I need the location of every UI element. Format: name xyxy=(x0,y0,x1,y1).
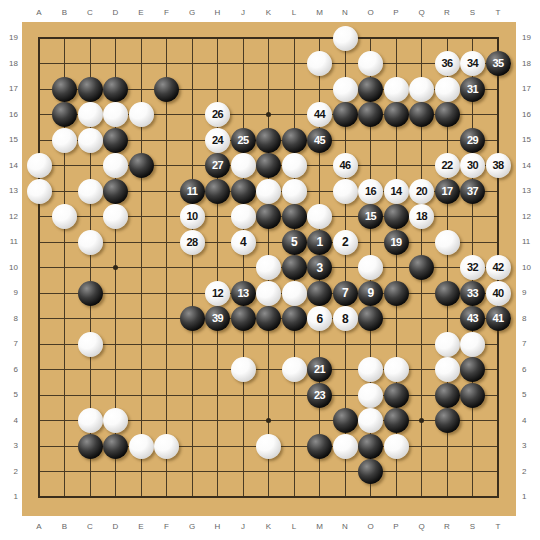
stone-r17-white xyxy=(435,77,460,102)
coord-label-left: 9 xyxy=(2,288,18,298)
coord-label-bottom: S xyxy=(463,522,483,532)
coord-label-right: 10 xyxy=(522,263,538,273)
stone-e16-white xyxy=(129,102,154,127)
stone-t8-black: 41 xyxy=(486,306,511,331)
stone-q12-white: 18 xyxy=(409,204,434,229)
stone-k10-white xyxy=(256,255,281,280)
stone-o6-white xyxy=(358,357,383,382)
stone-n14-white: 46 xyxy=(333,153,358,178)
move-number: 40 xyxy=(492,288,503,299)
stone-r18-white: 36 xyxy=(435,51,460,76)
coord-label-left: 1 xyxy=(2,492,18,502)
stone-n17-white xyxy=(333,77,358,102)
move-number: 27 xyxy=(212,160,223,171)
stone-h13-black xyxy=(205,179,230,204)
move-number: 16 xyxy=(365,186,376,197)
stone-d3-black xyxy=(103,434,128,459)
coord-label-top: A xyxy=(29,8,49,18)
coord-label-left: 2 xyxy=(2,467,18,477)
move-number: 29 xyxy=(467,135,478,146)
stone-m3-black xyxy=(307,434,332,459)
coord-label-bottom: M xyxy=(310,522,330,532)
coord-label-right: 14 xyxy=(522,161,538,171)
coord-label-right: 17 xyxy=(522,84,538,94)
stone-d14-white xyxy=(103,153,128,178)
stone-j11-white: 4 xyxy=(231,230,256,255)
stone-s13-black: 37 xyxy=(460,179,485,204)
stone-p6-white xyxy=(384,357,409,382)
stone-p13-white: 14 xyxy=(384,179,409,204)
coord-label-bottom: L xyxy=(284,522,304,532)
go-board-diagram: 3634353126442425452927462230381116142017… xyxy=(0,0,540,540)
move-number: 35 xyxy=(492,58,503,69)
stone-g11-white: 28 xyxy=(180,230,205,255)
move-number: 25 xyxy=(237,135,248,146)
stone-e3-white xyxy=(129,434,154,459)
stone-s14-white: 30 xyxy=(460,153,485,178)
stone-m8-white: 6 xyxy=(307,306,332,331)
stone-s8-black: 43 xyxy=(460,306,485,331)
stone-r6-white xyxy=(435,357,460,382)
coord-label-bottom: J xyxy=(233,522,253,532)
stone-l9-white xyxy=(282,281,307,306)
stone-h8-black: 39 xyxy=(205,306,230,331)
stone-j13-black xyxy=(231,179,256,204)
stone-b12-white xyxy=(52,204,77,229)
stone-l12-black xyxy=(282,204,307,229)
stone-d13-black xyxy=(103,179,128,204)
coord-label-bottom: A xyxy=(29,522,49,532)
coord-label-bottom: Q xyxy=(412,522,432,532)
stone-l8-black xyxy=(282,306,307,331)
stone-c17-black xyxy=(78,77,103,102)
stone-m18-white xyxy=(307,51,332,76)
coord-label-bottom: O xyxy=(361,522,381,532)
coord-label-top: T xyxy=(488,8,508,18)
coord-label-left: 13 xyxy=(2,186,18,196)
stone-m6-black: 21 xyxy=(307,357,332,382)
coord-label-right: 2 xyxy=(522,467,538,477)
coord-label-bottom: H xyxy=(208,522,228,532)
coord-label-top: B xyxy=(55,8,75,18)
coord-label-top: E xyxy=(131,8,151,18)
coord-label-right: 9 xyxy=(522,288,538,298)
move-number: 33 xyxy=(467,288,478,299)
stone-m11-black: 1 xyxy=(307,230,332,255)
move-number: 46 xyxy=(339,160,350,171)
stone-j14-white xyxy=(231,153,256,178)
move-number: 10 xyxy=(186,211,197,222)
stone-g13-black: 11 xyxy=(180,179,205,204)
stone-n9-black: 7 xyxy=(333,281,358,306)
coord-label-right: 11 xyxy=(522,237,538,247)
stone-o16-black xyxy=(358,102,383,127)
stone-l6-white xyxy=(282,357,307,382)
coord-label-left: 7 xyxy=(2,339,18,349)
move-number: 12 xyxy=(212,288,223,299)
coord-label-right: 8 xyxy=(522,314,538,324)
move-number: 22 xyxy=(441,160,452,171)
move-number: 37 xyxy=(467,186,478,197)
coord-label-right: 6 xyxy=(522,365,538,375)
stone-j9-black: 13 xyxy=(231,281,256,306)
stone-b17-black xyxy=(52,77,77,102)
stone-b15-white xyxy=(52,128,77,153)
coord-label-bottom: G xyxy=(182,522,202,532)
stone-k15-black xyxy=(256,128,281,153)
stone-d15-black xyxy=(103,128,128,153)
stone-o8-black xyxy=(358,306,383,331)
stone-t14-white: 38 xyxy=(486,153,511,178)
coord-label-top: S xyxy=(463,8,483,18)
stone-r11-white xyxy=(435,230,460,255)
stone-r14-white: 22 xyxy=(435,153,460,178)
coord-label-left: 5 xyxy=(2,390,18,400)
stone-t18-black: 35 xyxy=(486,51,511,76)
stone-m10-black: 3 xyxy=(307,255,332,280)
stone-s15-black: 29 xyxy=(460,128,485,153)
coord-label-bottom: E xyxy=(131,522,151,532)
coord-label-right: 15 xyxy=(522,135,538,145)
coord-label-left: 4 xyxy=(2,416,18,426)
coord-label-left: 15 xyxy=(2,135,18,145)
stone-r16-black xyxy=(435,102,460,127)
coord-label-bottom: T xyxy=(488,522,508,532)
stone-t9-white: 40 xyxy=(486,281,511,306)
stone-p17-white xyxy=(384,77,409,102)
move-number: 17 xyxy=(441,186,452,197)
move-number: 31 xyxy=(467,84,478,95)
stone-m16-white: 44 xyxy=(307,102,332,127)
star-point xyxy=(266,112,271,117)
coord-label-bottom: B xyxy=(55,522,75,532)
coord-label-bottom: F xyxy=(157,522,177,532)
stone-d12-white xyxy=(103,204,128,229)
stone-o3-black xyxy=(358,434,383,459)
move-number: 8 xyxy=(342,313,348,325)
move-number: 34 xyxy=(467,58,478,69)
stone-o4-white xyxy=(358,408,383,433)
stone-a13-white xyxy=(27,179,52,204)
move-number: 32 xyxy=(467,262,478,273)
coord-label-right: 7 xyxy=(522,339,538,349)
stone-g12-white: 10 xyxy=(180,204,205,229)
move-number: 15 xyxy=(365,211,376,222)
stone-c11-white xyxy=(78,230,103,255)
move-number: 5 xyxy=(291,236,297,248)
stone-h16-white: 26 xyxy=(205,102,230,127)
stone-c4-white xyxy=(78,408,103,433)
move-number: 18 xyxy=(416,211,427,222)
coord-label-bottom: N xyxy=(335,522,355,532)
coord-label-right: 19 xyxy=(522,33,538,43)
stone-n3-white xyxy=(333,434,358,459)
stone-p3-white xyxy=(384,434,409,459)
stone-b16-black xyxy=(52,102,77,127)
stone-s7-white xyxy=(460,332,485,357)
move-number: 1 xyxy=(316,236,322,248)
stone-l13-white xyxy=(282,179,307,204)
stone-p9-black xyxy=(384,281,409,306)
stone-k13-white xyxy=(256,179,281,204)
stone-o2-black xyxy=(358,459,383,484)
stone-k12-black xyxy=(256,204,281,229)
coord-label-bottom: R xyxy=(437,522,457,532)
stone-p12-black xyxy=(384,204,409,229)
coord-label-right: 3 xyxy=(522,441,538,451)
stone-p4-black xyxy=(384,408,409,433)
stone-s6-black xyxy=(460,357,485,382)
move-number: 13 xyxy=(237,288,248,299)
coord-label-bottom: C xyxy=(80,522,100,532)
stone-k3-white xyxy=(256,434,281,459)
move-number: 4 xyxy=(240,236,246,248)
coord-label-left: 16 xyxy=(2,110,18,120)
coord-label-top: N xyxy=(335,8,355,18)
move-number: 43 xyxy=(467,313,478,324)
coord-label-top: G xyxy=(182,8,202,18)
coord-label-bottom: K xyxy=(259,522,279,532)
coord-label-top: M xyxy=(310,8,330,18)
stone-s5-black xyxy=(460,383,485,408)
stone-h14-black: 27 xyxy=(205,153,230,178)
stone-p11-black: 19 xyxy=(384,230,409,255)
coord-label-bottom: D xyxy=(106,522,126,532)
move-number: 36 xyxy=(441,58,452,69)
coord-label-right: 12 xyxy=(522,212,538,222)
stone-g8-black xyxy=(180,306,205,331)
stone-h15-white: 24 xyxy=(205,128,230,153)
stone-o5-white xyxy=(358,383,383,408)
move-number: 39 xyxy=(212,313,223,324)
coord-label-top: D xyxy=(106,8,126,18)
stone-o13-white: 16 xyxy=(358,179,383,204)
stone-d17-black xyxy=(103,77,128,102)
coord-label-top: O xyxy=(361,8,381,18)
coord-label-right: 16 xyxy=(522,110,538,120)
coord-label-right: 18 xyxy=(522,59,538,69)
stone-s9-black: 33 xyxy=(460,281,485,306)
move-number: 24 xyxy=(212,135,223,146)
stone-a14-white xyxy=(27,153,52,178)
stone-n8-white: 8 xyxy=(333,306,358,331)
stone-f17-black xyxy=(154,77,179,102)
stone-n19-white xyxy=(333,26,358,51)
coord-label-top: J xyxy=(233,8,253,18)
coord-label-top: Q xyxy=(412,8,432,18)
star-point xyxy=(419,418,424,423)
move-number: 30 xyxy=(467,160,478,171)
move-number: 14 xyxy=(390,186,401,197)
coord-label-left: 8 xyxy=(2,314,18,324)
coord-label-left: 6 xyxy=(2,365,18,375)
stone-l10-black xyxy=(282,255,307,280)
stone-l15-black xyxy=(282,128,307,153)
move-number: 45 xyxy=(314,135,325,146)
move-number: 42 xyxy=(492,262,503,273)
stone-o10-white xyxy=(358,255,383,280)
move-number: 6 xyxy=(316,313,322,325)
stone-l11-black: 5 xyxy=(282,230,307,255)
move-number: 2 xyxy=(342,236,348,248)
stone-m5-black: 23 xyxy=(307,383,332,408)
stone-o12-black: 15 xyxy=(358,204,383,229)
stone-q13-white: 20 xyxy=(409,179,434,204)
move-number: 7 xyxy=(342,287,348,299)
stone-k9-white xyxy=(256,281,281,306)
move-number: 23 xyxy=(314,390,325,401)
coord-label-top: K xyxy=(259,8,279,18)
stone-c16-white xyxy=(78,102,103,127)
coord-label-left: 3 xyxy=(2,441,18,451)
coord-label-top: P xyxy=(386,8,406,18)
coord-label-top: L xyxy=(284,8,304,18)
stone-m12-white xyxy=(307,204,332,229)
coord-label-top: F xyxy=(157,8,177,18)
coord-label-left: 17 xyxy=(2,84,18,94)
stone-n11-white: 2 xyxy=(333,230,358,255)
coord-label-top: C xyxy=(80,8,100,18)
move-number: 44 xyxy=(314,109,325,120)
stone-c7-white xyxy=(78,332,103,357)
stone-c13-white xyxy=(78,179,103,204)
stone-p5-black xyxy=(384,383,409,408)
stone-d16-white xyxy=(103,102,128,127)
coord-label-left: 19 xyxy=(2,33,18,43)
stone-e14-black xyxy=(129,153,154,178)
move-number: 11 xyxy=(187,186,198,197)
stone-c9-black xyxy=(78,281,103,306)
stone-h9-white: 12 xyxy=(205,281,230,306)
move-number: 41 xyxy=(492,313,503,324)
stone-r13-black: 17 xyxy=(435,179,460,204)
coord-label-top: H xyxy=(208,8,228,18)
stone-o9-black: 9 xyxy=(358,281,383,306)
stone-q16-black xyxy=(409,102,434,127)
coord-label-right: 5 xyxy=(522,390,538,400)
move-number: 21 xyxy=(314,364,325,375)
stone-m15-black: 45 xyxy=(307,128,332,153)
star-point xyxy=(113,265,118,270)
stone-n4-black xyxy=(333,408,358,433)
stone-r4-black xyxy=(435,408,460,433)
stone-o17-black xyxy=(358,77,383,102)
coord-label-left: 11 xyxy=(2,237,18,247)
move-number: 19 xyxy=(390,237,401,248)
stone-j15-black: 25 xyxy=(231,128,256,153)
stone-k8-black xyxy=(256,306,281,331)
stone-j6-white xyxy=(231,357,256,382)
move-number: 9 xyxy=(367,287,373,299)
stone-s10-white: 32 xyxy=(460,255,485,280)
stone-r7-white xyxy=(435,332,460,357)
stone-o18-white xyxy=(358,51,383,76)
stone-m9-black xyxy=(307,281,332,306)
stone-s17-black: 31 xyxy=(460,77,485,102)
stone-t10-white: 42 xyxy=(486,255,511,280)
move-number: 28 xyxy=(186,237,197,248)
coord-label-right: 4 xyxy=(522,416,538,426)
move-number: 26 xyxy=(212,109,223,120)
stone-q17-white xyxy=(409,77,434,102)
move-number: 38 xyxy=(492,160,503,171)
coord-label-left: 12 xyxy=(2,212,18,222)
stone-n13-white xyxy=(333,179,358,204)
stone-d4-white xyxy=(103,408,128,433)
stone-r9-black xyxy=(435,281,460,306)
coord-label-bottom: P xyxy=(386,522,406,532)
star-point xyxy=(266,418,271,423)
coord-label-left: 10 xyxy=(2,263,18,273)
stone-k14-black xyxy=(256,153,281,178)
stone-p16-black xyxy=(384,102,409,127)
stone-r5-black xyxy=(435,383,460,408)
move-number: 3 xyxy=(316,262,322,274)
coord-label-right: 1 xyxy=(522,492,538,502)
stone-q10-black xyxy=(409,255,434,280)
coord-label-left: 18 xyxy=(2,59,18,69)
stone-j8-black xyxy=(231,306,256,331)
stone-j12-white xyxy=(231,204,256,229)
stone-c3-black xyxy=(78,434,103,459)
stone-c15-white xyxy=(78,128,103,153)
stone-l14-white xyxy=(282,153,307,178)
coord-label-left: 14 xyxy=(2,161,18,171)
stone-s18-white: 34 xyxy=(460,51,485,76)
stone-f3-white xyxy=(154,434,179,459)
move-number: 20 xyxy=(416,186,427,197)
stone-n16-black xyxy=(333,102,358,127)
coord-label-top: R xyxy=(437,8,457,18)
coord-label-right: 13 xyxy=(522,186,538,196)
